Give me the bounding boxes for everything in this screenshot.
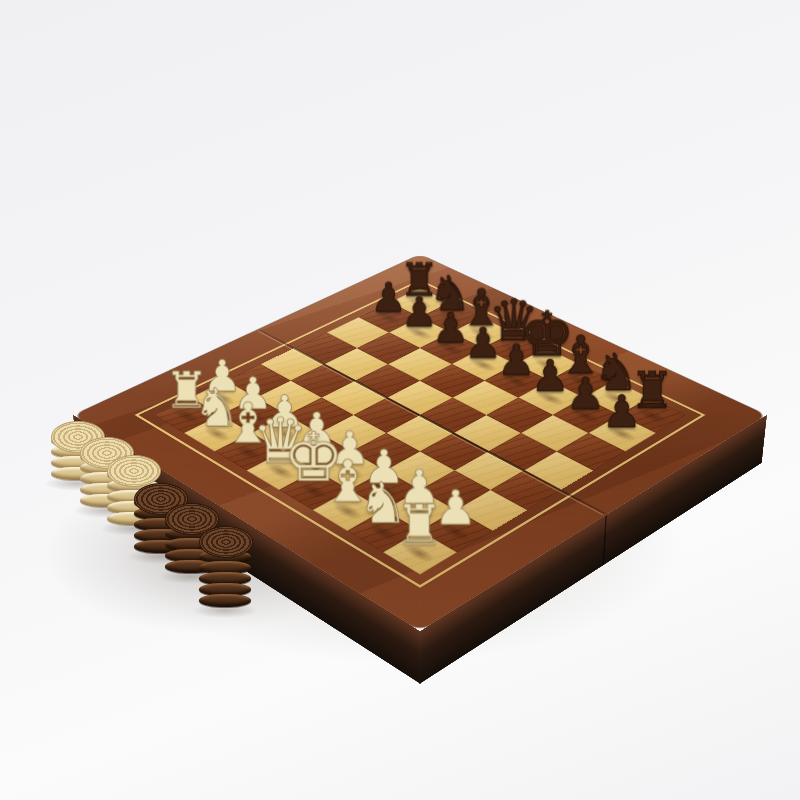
- checkers-layer: [0, 0, 800, 800]
- checker-stack-walnut-6[interactable]: [199, 526, 251, 612]
- checker-disc: [199, 594, 251, 607]
- product-photo: ♜♞♝♛♚♝♞♜♟♟♟♟♟♟♟♟♟♟♟♟♟♟♟♟♜♞♝♛♚♝♞♜: [0, 0, 800, 800]
- checker-top-rings: [199, 526, 253, 558]
